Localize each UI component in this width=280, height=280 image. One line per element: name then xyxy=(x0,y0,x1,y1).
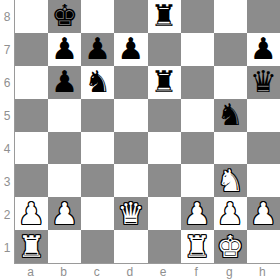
white-pawn-icon: ♟ xyxy=(217,199,244,229)
rank-label-1: 1 xyxy=(0,231,14,264)
square-a3[interactable] xyxy=(15,164,48,197)
square-f7[interactable] xyxy=(181,33,214,66)
file-label-b: b xyxy=(47,264,80,280)
square-a5[interactable] xyxy=(15,99,48,132)
square-h8[interactable] xyxy=(247,0,280,33)
square-g2[interactable]: ♟ xyxy=(214,197,247,230)
white-queen-icon: ♛ xyxy=(117,199,144,229)
rank-label-5: 5 xyxy=(0,99,14,132)
square-f8[interactable] xyxy=(181,0,214,33)
rank-label-4: 4 xyxy=(0,132,14,165)
square-e4[interactable] xyxy=(148,132,181,165)
square-b3[interactable] xyxy=(48,164,81,197)
square-c8[interactable] xyxy=(81,0,114,33)
chess-board: ♚♜♟♟♟♟♟♞♜♛♞♞♟♟♛♟♟♟♜♜♚ xyxy=(14,0,280,264)
rank-labels: 87654321 xyxy=(0,0,14,264)
square-c2[interactable] xyxy=(81,197,114,230)
rank-label-8: 8 xyxy=(0,0,14,33)
black-pawn-icon: ♟ xyxy=(117,34,144,64)
square-e7[interactable] xyxy=(148,33,181,66)
black-queen-icon: ♛ xyxy=(250,67,277,97)
file-label-f: f xyxy=(180,264,213,280)
square-h2[interactable]: ♟ xyxy=(247,197,280,230)
black-pawn-icon: ♟ xyxy=(51,34,78,64)
square-e6[interactable]: ♜ xyxy=(148,66,181,99)
square-d3[interactable] xyxy=(114,164,147,197)
white-pawn-icon: ♟ xyxy=(184,199,211,229)
square-h3[interactable] xyxy=(247,164,280,197)
square-a7[interactable] xyxy=(15,33,48,66)
black-knight-icon: ♞ xyxy=(217,100,244,130)
chess-diagram: 87654321 ♚♜♟♟♟♟♟♞♜♛♞♞♟♟♛♟♟♟♜♜♚ abcdefgh xyxy=(0,0,280,280)
square-b4[interactable] xyxy=(48,132,81,165)
square-f4[interactable] xyxy=(181,132,214,165)
file-label-h: h xyxy=(246,264,279,280)
rank-label-7: 7 xyxy=(0,33,14,66)
square-e2[interactable] xyxy=(148,197,181,230)
square-c6[interactable]: ♞ xyxy=(81,66,114,99)
file-labels: abcdefgh xyxy=(14,264,279,280)
white-pawn-icon: ♟ xyxy=(18,199,45,229)
square-d2[interactable]: ♛ xyxy=(114,197,147,230)
square-d7[interactable]: ♟ xyxy=(114,33,147,66)
file-label-e: e xyxy=(147,264,180,280)
square-e8[interactable]: ♜ xyxy=(148,0,181,33)
square-b8[interactable]: ♚ xyxy=(48,0,81,33)
square-a4[interactable] xyxy=(15,132,48,165)
square-h5[interactable] xyxy=(247,99,280,132)
square-b2[interactable]: ♟ xyxy=(48,197,81,230)
black-rook-icon: ♜ xyxy=(151,1,178,31)
square-c5[interactable] xyxy=(81,99,114,132)
rank-label-2: 2 xyxy=(0,198,14,231)
square-f5[interactable] xyxy=(181,99,214,132)
square-a6[interactable] xyxy=(15,66,48,99)
black-pawn-icon: ♟ xyxy=(84,34,111,64)
square-e3[interactable] xyxy=(148,164,181,197)
square-g5[interactable]: ♞ xyxy=(214,99,247,132)
square-g6[interactable] xyxy=(214,66,247,99)
square-g3[interactable]: ♞ xyxy=(214,164,247,197)
square-b1[interactable] xyxy=(48,230,81,263)
square-e1[interactable] xyxy=(148,230,181,263)
file-label-g: g xyxy=(213,264,246,280)
white-pawn-icon: ♟ xyxy=(250,199,277,229)
square-d5[interactable] xyxy=(114,99,147,132)
square-d1[interactable] xyxy=(114,230,147,263)
square-e5[interactable] xyxy=(148,99,181,132)
square-c3[interactable] xyxy=(81,164,114,197)
square-c4[interactable] xyxy=(81,132,114,165)
square-c1[interactable] xyxy=(81,230,114,263)
square-f2[interactable]: ♟ xyxy=(181,197,214,230)
square-b7[interactable]: ♟ xyxy=(48,33,81,66)
square-h4[interactable] xyxy=(247,132,280,165)
black-knight-icon: ♞ xyxy=(84,67,111,97)
square-h7[interactable]: ♟ xyxy=(247,33,280,66)
file-label-c: c xyxy=(80,264,113,280)
rank-label-6: 6 xyxy=(0,66,14,99)
square-a1[interactable]: ♜ xyxy=(15,230,48,263)
square-h6[interactable]: ♛ xyxy=(247,66,280,99)
file-label-a: a xyxy=(14,264,47,280)
square-f6[interactable] xyxy=(181,66,214,99)
black-pawn-icon: ♟ xyxy=(250,34,277,64)
white-rook-icon: ♜ xyxy=(18,232,45,262)
square-g7[interactable] xyxy=(214,33,247,66)
square-d8[interactable] xyxy=(114,0,147,33)
square-f1[interactable]: ♜ xyxy=(181,230,214,263)
square-f3[interactable] xyxy=(181,164,214,197)
black-pawn-icon: ♟ xyxy=(51,67,78,97)
square-a2[interactable]: ♟ xyxy=(15,197,48,230)
square-d4[interactable] xyxy=(114,132,147,165)
black-rook-icon: ♜ xyxy=(151,67,178,97)
square-c7[interactable]: ♟ xyxy=(81,33,114,66)
white-pawn-icon: ♟ xyxy=(51,199,78,229)
square-b5[interactable] xyxy=(48,99,81,132)
rank-label-3: 3 xyxy=(0,165,14,198)
square-h1[interactable] xyxy=(247,230,280,263)
white-knight-icon: ♞ xyxy=(217,166,244,196)
square-d6[interactable] xyxy=(114,66,147,99)
square-b6[interactable]: ♟ xyxy=(48,66,81,99)
white-rook-icon: ♜ xyxy=(184,232,211,262)
square-g1[interactable]: ♚ xyxy=(214,230,247,263)
file-label-d: d xyxy=(113,264,146,280)
white-king-icon: ♚ xyxy=(217,232,244,262)
square-g4[interactable] xyxy=(214,132,247,165)
square-a8[interactable] xyxy=(15,0,48,33)
black-king-icon: ♚ xyxy=(51,1,78,31)
square-g8[interactable] xyxy=(214,0,247,33)
